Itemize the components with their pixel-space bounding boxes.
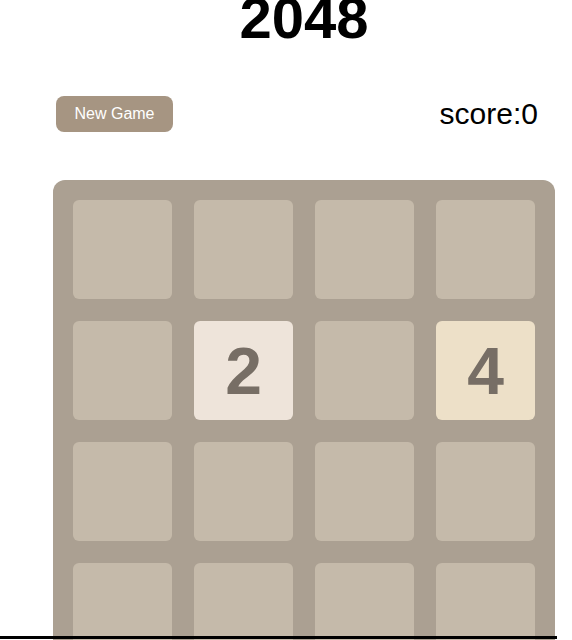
empty-cell — [436, 442, 535, 541]
empty-cell — [315, 200, 414, 299]
empty-cell — [315, 563, 414, 640]
tile-2: 2 — [194, 321, 293, 420]
empty-cell — [315, 321, 414, 420]
app: 2048 New Game score:0 24 — [0, 0, 572, 640]
empty-cell — [315, 442, 414, 541]
window-bottom-edge — [0, 636, 557, 639]
empty-cell — [194, 200, 293, 299]
controls-row: New Game score:0 — [0, 96, 572, 132]
score-label: score: — [440, 97, 522, 130]
score-value: 0 — [521, 97, 538, 130]
header: 2048 — [53, 0, 555, 47]
empty-cell — [73, 321, 172, 420]
empty-cell — [73, 200, 172, 299]
empty-cell — [436, 563, 535, 640]
empty-cell — [73, 442, 172, 541]
empty-cell — [436, 200, 535, 299]
score-display: score:0 — [440, 96, 538, 132]
empty-cell — [73, 563, 172, 640]
empty-cell — [194, 442, 293, 541]
empty-cell — [194, 563, 293, 640]
tile-4: 4 — [436, 321, 535, 420]
board: 24 — [53, 180, 555, 640]
page-title: 2048 — [53, 0, 555, 47]
new-game-button[interactable]: New Game — [56, 96, 173, 132]
